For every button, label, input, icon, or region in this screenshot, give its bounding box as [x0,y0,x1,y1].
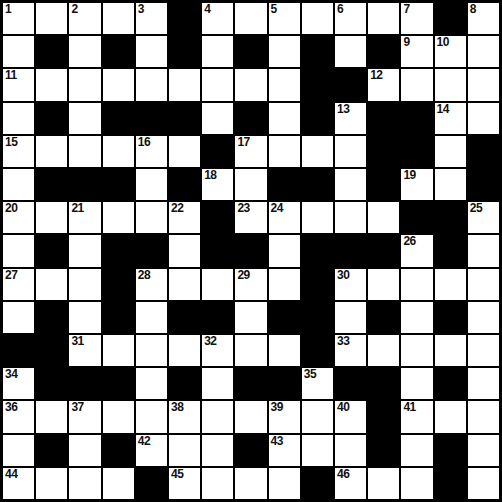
black-cell [169,368,200,399]
white-cell[interactable] [235,335,266,366]
white-cell[interactable] [103,335,134,366]
white-cell[interactable]: 43 [269,435,300,466]
black-cell [36,435,67,466]
white-cell[interactable] [136,401,167,432]
white-cell[interactable]: 35 [302,368,333,399]
white-cell[interactable] [103,401,134,432]
clue-number: 17 [237,136,249,150]
black-cell [103,435,134,466]
black-cell [235,435,266,466]
black-cell [368,136,399,167]
white-cell[interactable] [401,302,432,333]
white-cell[interactable]: 20 [3,202,34,233]
black-cell [36,368,67,399]
black-cell [269,302,300,333]
white-cell[interactable] [235,302,266,333]
clue-number: 8 [470,3,476,17]
black-cell [368,368,399,399]
white-cell[interactable]: 38 [169,401,200,432]
black-cell [36,302,67,333]
white-cell[interactable]: 3 [136,3,167,34]
black-cell [269,368,300,399]
white-cell[interactable] [235,169,266,200]
white-cell[interactable] [302,136,333,167]
black-cell [69,368,100,399]
white-cell[interactable] [69,69,100,100]
black-cell [103,36,134,67]
white-cell[interactable] [401,269,432,300]
white-cell[interactable] [136,169,167,200]
white-cell[interactable] [368,202,399,233]
white-cell[interactable] [368,335,399,366]
black-cell [103,235,134,266]
clue-number: 1 [5,3,11,17]
crossword-board: 1234567891011121314151617181920212223242… [0,0,502,502]
white-cell[interactable]: 1 [3,3,34,34]
white-cell[interactable] [169,435,200,466]
white-cell[interactable] [302,401,333,432]
black-cell [136,235,167,266]
black-cell [202,202,233,233]
white-cell[interactable] [3,36,34,67]
white-cell[interactable] [36,401,67,432]
white-cell[interactable] [235,401,266,432]
black-cell [169,103,200,134]
clue-number: 42 [138,435,150,449]
white-cell[interactable] [269,36,300,67]
white-cell[interactable] [36,69,67,100]
white-cell[interactable] [468,335,499,366]
black-cell [368,401,399,432]
white-cell[interactable] [36,269,67,300]
white-cell[interactable] [468,368,499,399]
white-cell[interactable] [136,202,167,233]
white-cell[interactable]: 10 [435,36,466,67]
white-cell[interactable] [235,69,266,100]
clue-number: 21 [71,202,83,216]
clue-number: 30 [337,269,349,283]
black-cell [435,202,466,233]
black-cell [235,235,266,266]
white-cell[interactable] [103,3,134,34]
white-cell[interactable]: 40 [335,401,366,432]
white-cell[interactable]: 8 [468,3,499,34]
white-cell[interactable] [269,136,300,167]
clue-number: 40 [337,401,349,415]
white-cell[interactable] [302,435,333,466]
black-cell [435,302,466,333]
white-cell[interactable] [269,468,300,499]
white-cell[interactable] [302,202,333,233]
white-cell[interactable] [202,36,233,67]
clue-number: 3 [138,3,144,17]
clue-number: 35 [304,368,316,382]
white-cell[interactable] [368,468,399,499]
white-cell[interactable] [468,302,499,333]
black-cell [368,169,399,200]
clue-number: 41 [403,401,415,415]
white-cell[interactable] [435,335,466,366]
white-cell[interactable] [136,302,167,333]
white-cell[interactable] [269,103,300,134]
black-cell [103,269,134,300]
white-cell[interactable] [36,136,67,167]
white-cell[interactable] [3,235,34,266]
black-cell [169,302,200,333]
black-cell [202,302,233,333]
black-cell [202,136,233,167]
clue-number: 13 [337,103,349,117]
black-cell [302,302,333,333]
white-cell[interactable] [269,235,300,266]
white-cell[interactable] [435,269,466,300]
white-cell[interactable] [3,103,34,134]
black-cell [136,103,167,134]
black-cell [302,468,333,499]
white-cell[interactable]: 12 [368,69,399,100]
white-cell[interactable] [468,103,499,134]
white-cell[interactable]: 37 [69,401,100,432]
white-cell[interactable] [435,69,466,100]
white-cell[interactable] [169,235,200,266]
black-cell [401,136,432,167]
black-cell [302,169,333,200]
black-cell [169,169,200,200]
white-cell[interactable]: 46 [335,468,366,499]
black-cell [103,103,134,134]
black-cell [435,435,466,466]
white-cell[interactable] [136,368,167,399]
white-cell[interactable] [36,468,67,499]
clue-number: 6 [337,3,343,17]
white-cell[interactable] [136,335,167,366]
white-cell[interactable] [202,269,233,300]
clue-number: 7 [403,3,409,17]
white-cell[interactable] [69,468,100,499]
clue-number: 23 [237,202,249,216]
clue-number: 22 [171,202,183,216]
clue-number: 12 [370,69,382,83]
white-cell[interactable]: 27 [3,269,34,300]
white-cell[interactable] [335,36,366,67]
white-cell[interactable] [103,202,134,233]
white-cell[interactable] [202,69,233,100]
white-cell[interactable] [36,3,67,34]
clue-number: 18 [204,169,216,183]
black-cell [103,169,134,200]
white-cell[interactable] [401,368,432,399]
white-cell[interactable] [335,302,366,333]
clue-number: 26 [403,235,415,249]
white-cell[interactable]: 6 [335,3,366,34]
white-cell[interactable] [335,169,366,200]
clue-number: 39 [271,401,283,415]
white-cell[interactable] [468,401,499,432]
black-cell [169,36,200,67]
white-cell[interactable]: 22 [169,202,200,233]
clue-number: 36 [5,401,17,415]
white-cell[interactable] [269,335,300,366]
white-cell[interactable]: 28 [136,269,167,300]
black-cell [235,103,266,134]
clue-number: 5 [271,3,277,17]
black-cell [435,235,466,266]
clue-number: 29 [237,269,249,283]
white-cell[interactable] [335,435,366,466]
black-cell [302,335,333,366]
white-cell[interactable] [202,103,233,134]
black-cell [36,103,67,134]
white-cell[interactable]: 19 [401,169,432,200]
white-cell[interactable] [269,269,300,300]
clue-number: 43 [271,435,283,449]
black-cell [235,368,266,399]
white-cell[interactable] [69,36,100,67]
white-cell[interactable]: 14 [435,103,466,134]
black-cell [435,368,466,399]
black-cell [36,235,67,266]
black-cell [435,468,466,499]
black-cell [368,235,399,266]
white-cell[interactable] [103,69,134,100]
black-cell [368,302,399,333]
white-cell[interactable] [435,136,466,167]
white-cell[interactable]: 45 [169,468,200,499]
white-cell[interactable] [169,136,200,167]
black-cell [302,36,333,67]
black-cell [401,202,432,233]
clue-number: 31 [71,335,83,349]
white-cell[interactable]: 30 [335,269,366,300]
clue-number: 34 [5,368,17,382]
white-cell[interactable] [401,468,432,499]
white-cell[interactable] [435,169,466,200]
white-cell[interactable] [468,269,499,300]
black-cell [335,368,366,399]
black-cell [335,235,366,266]
white-cell[interactable]: 2 [69,3,100,34]
white-cell[interactable]: 7 [401,3,432,34]
white-cell[interactable] [368,269,399,300]
black-cell [202,235,233,266]
white-cell[interactable] [368,3,399,34]
white-cell[interactable] [202,401,233,432]
white-cell[interactable] [202,468,233,499]
clue-number: 24 [271,202,283,216]
white-cell[interactable] [169,69,200,100]
black-cell [169,3,200,34]
clue-number: 16 [138,136,150,150]
white-cell[interactable]: 42 [136,435,167,466]
white-cell[interactable] [468,468,499,499]
white-cell[interactable] [69,136,100,167]
white-cell[interactable] [468,435,499,466]
white-cell[interactable]: 36 [3,401,34,432]
black-cell [401,103,432,134]
white-cell[interactable]: 34 [3,368,34,399]
white-cell[interactable] [69,235,100,266]
black-cell [69,169,100,200]
white-cell[interactable]: 16 [136,136,167,167]
white-cell[interactable] [202,368,233,399]
white-cell[interactable]: 21 [69,202,100,233]
white-cell[interactable] [136,36,167,67]
white-cell[interactable] [36,202,67,233]
white-cell[interactable] [468,36,499,67]
black-cell [368,435,399,466]
clue-number: 15 [5,136,17,150]
black-cell [235,36,266,67]
black-cell [302,103,333,134]
black-cell [103,302,134,333]
clue-number: 25 [470,202,482,216]
black-cell [269,169,300,200]
black-cell [468,136,499,167]
clue-number: 37 [71,401,83,415]
white-cell[interactable] [401,69,432,100]
white-cell[interactable] [69,103,100,134]
clue-number: 20 [5,202,17,216]
white-cell[interactable] [202,435,233,466]
white-cell[interactable] [169,269,200,300]
white-cell[interactable]: 24 [269,202,300,233]
white-cell[interactable] [136,69,167,100]
white-cell[interactable] [3,435,34,466]
clue-number: 4 [204,3,210,17]
white-cell[interactable]: 31 [69,335,100,366]
white-cell[interactable] [302,3,333,34]
clue-number: 28 [138,269,150,283]
clue-number: 44 [5,468,17,482]
clue-number: 19 [403,169,415,183]
white-cell[interactable] [3,302,34,333]
black-cell [302,235,333,266]
white-cell[interactable] [435,401,466,432]
black-cell [136,468,167,499]
black-cell [103,368,134,399]
clue-number: 45 [171,468,183,482]
white-cell[interactable] [468,235,499,266]
black-cell [368,36,399,67]
white-cell[interactable] [103,468,134,499]
black-cell [3,335,34,366]
white-cell[interactable] [103,136,134,167]
white-cell[interactable]: 25 [468,202,499,233]
white-cell[interactable] [235,3,266,34]
white-cell[interactable]: 41 [401,401,432,432]
clue-number: 9 [403,36,409,50]
white-cell[interactable]: 13 [335,103,366,134]
white-cell[interactable] [335,202,366,233]
white-cell[interactable]: 26 [401,235,432,266]
white-cell[interactable]: 44 [3,468,34,499]
white-cell[interactable] [69,435,100,466]
black-cell [368,103,399,134]
black-cell [435,3,466,34]
clue-number: 27 [5,269,17,283]
black-cell [302,69,333,100]
white-cell[interactable]: 32 [202,335,233,366]
white-cell[interactable]: 29 [235,269,266,300]
white-cell[interactable] [69,302,100,333]
black-cell [302,269,333,300]
white-cell[interactable] [468,69,499,100]
white-cell[interactable] [335,136,366,167]
clue-number: 46 [337,468,349,482]
white-cell[interactable]: 39 [269,401,300,432]
white-cell[interactable]: 4 [202,3,233,34]
black-cell [36,335,67,366]
black-cell [335,69,366,100]
white-cell[interactable]: 33 [335,335,366,366]
clue-number: 38 [171,401,183,415]
clue-number: 32 [204,335,216,349]
white-cell[interactable] [235,468,266,499]
white-cell[interactable]: 23 [235,202,266,233]
black-cell [36,169,67,200]
white-cell[interactable] [401,435,432,466]
white-cell[interactable]: 15 [3,136,34,167]
clue-number: 10 [437,36,449,50]
clue-number: 11 [5,69,17,83]
white-cell[interactable] [401,335,432,366]
white-cell[interactable]: 18 [202,169,233,200]
white-cell[interactable]: 5 [269,3,300,34]
white-cell[interactable] [69,269,100,300]
black-cell [468,169,499,200]
white-cell[interactable] [169,335,200,366]
white-cell[interactable] [3,169,34,200]
clue-number: 33 [337,335,349,349]
white-cell[interactable] [269,69,300,100]
clue-number: 14 [437,103,449,117]
white-cell[interactable]: 11 [3,69,34,100]
black-cell [36,36,67,67]
clue-number: 2 [71,3,77,17]
white-cell[interactable]: 17 [235,136,266,167]
white-cell[interactable]: 9 [401,36,432,67]
